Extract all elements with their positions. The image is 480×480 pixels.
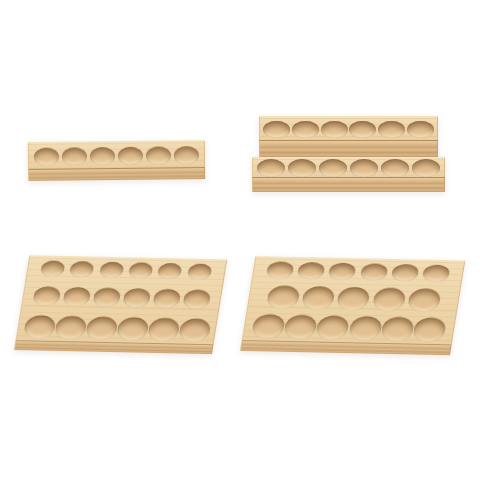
riser-upper-surface — [259, 116, 438, 140]
tray-c-top-surface — [16, 255, 228, 344]
bottle-recess — [412, 159, 440, 177]
tray-flat-17-hole-staggered — [240, 256, 465, 355]
bottle-recess — [283, 315, 318, 340]
bottle-recess — [297, 262, 326, 279]
tray-c-back-row — [27, 260, 226, 280]
bottle-recess — [69, 261, 95, 277]
bottle-recess — [378, 121, 405, 138]
bottle-recess — [263, 121, 290, 138]
bottle-recess — [152, 289, 181, 308]
bottle-recess — [336, 286, 371, 310]
bottle-recess — [84, 316, 118, 340]
bottle-recess — [40, 261, 66, 277]
bottle-recess — [22, 315, 56, 339]
tray-d-front-row — [243, 314, 455, 342]
bottle-recess — [266, 285, 301, 309]
bottle-recess — [380, 317, 415, 342]
tray-c-middle-row — [22, 286, 221, 309]
tray-two-tier-riser-12 — [252, 116, 445, 192]
bottle-recess — [118, 146, 143, 164]
bottle-recess — [412, 317, 447, 342]
bottle-recess — [257, 159, 285, 177]
bottle-recess — [177, 318, 211, 342]
bottle-recess — [174, 146, 199, 164]
bottle-recess — [407, 288, 442, 312]
bottle-recess — [381, 159, 409, 177]
bottle-recess — [157, 263, 183, 279]
bottle-recess — [32, 286, 61, 305]
bottle-recess — [115, 317, 149, 341]
bottle-recess — [99, 262, 125, 278]
bottle-recess — [62, 147, 87, 165]
tray-c-front-row — [17, 315, 217, 342]
bottle-recess — [407, 121, 434, 138]
riser-upper-front-face — [259, 140, 438, 157]
bottle-recess — [251, 314, 286, 339]
riser-lower-surface — [252, 157, 445, 177]
tray-d-middle-row — [248, 285, 460, 312]
bottle-recess — [62, 287, 91, 306]
riser-upper-tier — [259, 116, 438, 157]
bottle-recess — [319, 159, 347, 177]
bottle-recess — [265, 261, 294, 278]
bottle-recess — [301, 286, 336, 310]
bottle-recess — [348, 316, 383, 341]
tray-d-back-row — [253, 261, 464, 282]
bottle-recess — [328, 263, 357, 280]
bottle-recess — [422, 265, 451, 282]
bottle-recess — [53, 316, 87, 340]
product-photo-canvas — [0, 0, 480, 480]
bottle-recess — [146, 318, 180, 342]
bottle-recess — [315, 315, 350, 340]
riser-lower-tier — [252, 157, 445, 192]
bottle-recess — [349, 121, 376, 138]
tray-single-row-6 — [28, 140, 205, 181]
bottle-recess — [187, 264, 213, 280]
bottle-recess — [122, 288, 151, 307]
bottle-recess — [90, 147, 115, 165]
riser-lower-front-face — [252, 177, 445, 192]
bottle-recess — [33, 147, 58, 165]
bottle-recess — [92, 288, 121, 307]
bottle-recess — [146, 146, 171, 164]
tray-a-front-face — [28, 167, 205, 181]
bottle-recess — [372, 287, 407, 311]
bottle-recess — [182, 290, 211, 309]
bottle-recess — [292, 121, 319, 138]
tray-flat-18-hole — [14, 255, 227, 354]
bottle-recess — [128, 262, 154, 278]
bottle-recess — [350, 159, 378, 177]
bottle-recess — [288, 159, 316, 177]
bottle-recess — [391, 264, 420, 281]
tray-d-top-surface — [242, 256, 466, 344]
bottle-recess — [359, 263, 388, 280]
tray-a-top-surface — [28, 140, 205, 169]
bottle-recess — [321, 121, 348, 138]
